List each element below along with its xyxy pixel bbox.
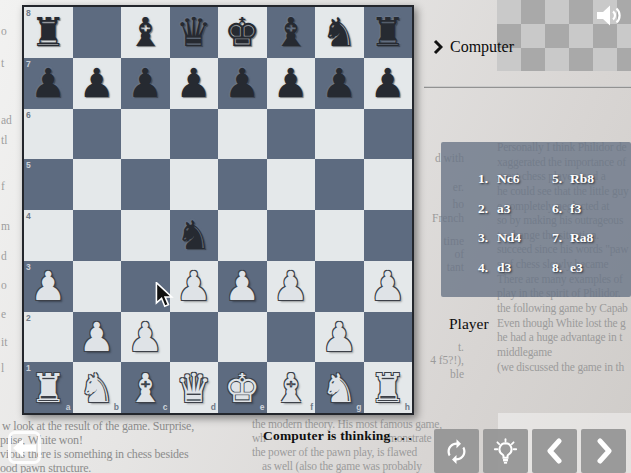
- checker-cell: [593, 48, 617, 71]
- piece-white-rook[interactable]: ♜: [364, 362, 413, 413]
- next-button[interactable]: [581, 429, 626, 473]
- book-text-fragment: it: [1, 336, 7, 348]
- square-h3[interactable]: ♟: [364, 261, 413, 312]
- square-h1[interactable]: h♜: [364, 362, 413, 413]
- square-g1[interactable]: g♞: [315, 362, 364, 413]
- chess-board: 8♜♝♛♚♝♞♜7♟♟♟♟♟♟♟♟654♞3♟♟♟♟♟2♟♟♟1a♜b♞c♝d♛…: [22, 5, 414, 415]
- piece-black-rook[interactable]: ♜: [24, 7, 73, 58]
- rank-label: 5: [26, 160, 31, 170]
- square-d4[interactable]: ♞: [170, 210, 219, 261]
- piece-white-rook[interactable]: ♜: [24, 362, 73, 413]
- square-d3[interactable]: ♟: [170, 261, 219, 312]
- square-d8[interactable]: ♛: [170, 7, 219, 58]
- piece-black-rook[interactable]: ♜: [364, 7, 413, 58]
- square-e6[interactable]: [218, 109, 267, 160]
- book-text-line: the power of the pawn play, is flawed: [252, 445, 417, 459]
- square-h6[interactable]: [364, 109, 413, 160]
- square-c3[interactable]: [121, 261, 170, 312]
- checker-cell: [569, 0, 593, 24]
- piece-white-pawn[interactable]: ♟: [24, 261, 73, 312]
- piece-black-bishop[interactable]: ♝: [121, 7, 170, 58]
- square-b6[interactable]: [73, 109, 122, 160]
- square-d5[interactable]: [170, 159, 219, 210]
- piece-white-pawn[interactable]: ♟: [364, 261, 413, 312]
- square-c8[interactable]: ♝: [121, 7, 170, 58]
- move-number: 8.: [540, 260, 562, 276]
- square-a4[interactable]: 4: [24, 210, 73, 261]
- square-c2[interactable]: ♟: [121, 312, 170, 363]
- chevron-right-icon: [592, 438, 616, 464]
- lightbulb-icon: [492, 438, 519, 465]
- move-number: 7.: [540, 230, 562, 246]
- book-text-fragment: t: [1, 57, 4, 69]
- square-b1[interactable]: b♞: [73, 362, 122, 413]
- checker-cell: [521, 24, 545, 48]
- piece-white-pawn[interactable]: ♟: [73, 312, 122, 363]
- piece-black-pawn[interactable]: ♟: [24, 58, 73, 109]
- square-h7[interactable]: ♟: [364, 58, 413, 109]
- square-c6[interactable]: [121, 109, 170, 160]
- square-f3[interactable]: ♟: [267, 261, 316, 312]
- piece-white-pawn[interactable]: ♟: [315, 312, 364, 363]
- book-text-fragment: o: [1, 25, 7, 37]
- square-g2[interactable]: ♟: [315, 312, 364, 363]
- rank-label: 2: [26, 313, 31, 323]
- status-text: Computer is thinking . . .: [263, 428, 412, 444]
- chevron-left-icon: [543, 438, 567, 464]
- app-window: w look at the result of the game. Surpri…: [0, 0, 631, 473]
- square-g4[interactable]: [315, 210, 364, 261]
- piece-black-pawn[interactable]: ♟: [267, 58, 316, 109]
- hint-button[interactable]: [483, 429, 528, 473]
- square-f2[interactable]: [267, 312, 316, 363]
- piece-white-knight[interactable]: ♞: [73, 362, 122, 413]
- book-text-fragment: o: [1, 279, 7, 291]
- square-f5[interactable]: [267, 159, 316, 210]
- book-text-fragment: tl: [1, 134, 7, 146]
- book-text-fragment: ad: [1, 114, 12, 126]
- piece-black-pawn[interactable]: ♟: [364, 58, 413, 109]
- move-text: Ra8: [570, 230, 593, 246]
- book-text-line: middlegame: [497, 346, 631, 361]
- square-c7[interactable]: ♟: [121, 58, 170, 109]
- piece-black-pawn[interactable]: ♟: [218, 58, 267, 109]
- move-number: 4.: [466, 260, 488, 276]
- square-a1[interactable]: 1a♜: [24, 362, 73, 413]
- book-text-fragment: m: [1, 220, 10, 232]
- piece-white-bishop[interactable]: ♝: [267, 362, 316, 413]
- piece-black-queen[interactable]: ♛: [170, 7, 219, 58]
- move-number: 5.: [540, 171, 562, 187]
- back-button[interactable]: [8, 431, 41, 464]
- book-text-line: the following game by Capab: [497, 302, 631, 317]
- checker-cell: [497, 0, 521, 24]
- square-f8[interactable]: ♝: [267, 7, 316, 58]
- checker-cell: [545, 48, 569, 71]
- square-e3[interactable]: ♟: [218, 261, 267, 312]
- book-text-fragment: f: [1, 180, 5, 192]
- square-b5[interactable]: [73, 159, 122, 210]
- square-a5[interactable]: 5: [24, 159, 73, 210]
- checker-cell: [569, 48, 593, 71]
- rank-label: 4: [26, 211, 31, 221]
- square-a7[interactable]: 7♟: [24, 58, 73, 109]
- checker-cell: [593, 24, 617, 48]
- checker-cell: [569, 24, 593, 48]
- checker-cell: [545, 0, 569, 24]
- refresh-button[interactable]: [434, 429, 479, 473]
- checker-cell: [545, 24, 569, 48]
- square-g3[interactable]: [315, 261, 364, 312]
- computer-label: Computer: [450, 38, 514, 56]
- checker-cell: [617, 48, 631, 71]
- rank-label: 6: [26, 110, 31, 120]
- move-text: d3: [497, 260, 511, 276]
- square-g7[interactable]: ♟: [315, 58, 364, 109]
- move-number: 3.: [466, 230, 488, 246]
- square-f4[interactable]: [267, 210, 316, 261]
- piece-black-pawn[interactable]: ♟: [170, 58, 219, 109]
- piece-white-bishop[interactable]: ♝: [121, 362, 170, 413]
- checker-cell: [617, 24, 631, 48]
- previous-button[interactable]: [532, 429, 577, 473]
- piece-black-pawn[interactable]: ♟: [315, 58, 364, 109]
- square-e4[interactable]: [218, 210, 267, 261]
- back-arrow-icon: [13, 439, 37, 457]
- piece-white-knight[interactable]: ♞: [315, 362, 364, 413]
- volume-icon[interactable]: [596, 4, 624, 27]
- square-d6[interactable]: [170, 109, 219, 160]
- refresh-icon: [443, 438, 470, 465]
- square-a2[interactable]: 2: [24, 312, 73, 363]
- book-text-line: as well (also the game was probably: [262, 459, 422, 473]
- book-text-fragment: l: [1, 362, 4, 374]
- move-text: a3: [497, 201, 511, 217]
- square-b3[interactable]: [73, 261, 122, 312]
- piece-black-pawn[interactable]: ♟: [121, 58, 170, 109]
- piece-black-king[interactable]: ♚: [218, 7, 267, 58]
- chevron-right-icon: [433, 39, 443, 55]
- square-e7[interactable]: ♟: [218, 58, 267, 109]
- player-label: Player: [449, 315, 489, 333]
- square-f7[interactable]: ♟: [267, 58, 316, 109]
- move-number: 2.: [466, 201, 488, 217]
- move-text: f3: [570, 201, 581, 217]
- square-a8[interactable]: 8♜: [24, 7, 73, 58]
- square-g8[interactable]: ♞: [315, 7, 364, 58]
- square-d1[interactable]: d♛: [170, 362, 219, 413]
- square-e5[interactable]: [218, 159, 267, 210]
- square-d2[interactable]: [170, 312, 219, 363]
- square-g6[interactable]: [315, 109, 364, 160]
- square-a6[interactable]: 6: [24, 109, 73, 160]
- book-text-line: Even though White lost the g: [497, 317, 631, 332]
- square-e8[interactable]: ♚: [218, 7, 267, 58]
- divider-line: [424, 86, 631, 88]
- square-b7[interactable]: ♟: [73, 58, 122, 109]
- square-b8[interactable]: [73, 7, 122, 58]
- book-text-line: (we discussed the game in th: [497, 361, 631, 376]
- piece-white-pawn[interactable]: ♟: [170, 261, 219, 312]
- piece-white-pawn[interactable]: ♟: [218, 261, 267, 312]
- square-b4[interactable]: [73, 210, 122, 261]
- square-h4[interactable]: [364, 210, 413, 261]
- piece-black-knight[interactable]: ♞: [170, 210, 219, 261]
- move-text: Rb8: [570, 171, 594, 187]
- book-text-fragment: e: [1, 308, 6, 320]
- piece-white-king[interactable]: ♚: [218, 362, 267, 413]
- square-b2[interactable]: ♟: [73, 312, 122, 363]
- move-text: Nd4: [497, 230, 521, 246]
- square-h2[interactable]: [364, 312, 413, 363]
- square-a3[interactable]: 3♟: [24, 261, 73, 312]
- move-text: Nc6: [497, 171, 520, 187]
- book-text-fragment: d: [1, 250, 7, 262]
- move-text: e3: [570, 260, 583, 276]
- computer-section-header[interactable]: Computer: [433, 38, 514, 56]
- checker-cell: [521, 0, 545, 24]
- square-c1[interactable]: c♝: [121, 362, 170, 413]
- move-number: 6.: [540, 201, 562, 217]
- square-h8[interactable]: ♜: [364, 7, 413, 58]
- square-f6[interactable]: [267, 109, 316, 160]
- square-e1[interactable]: e♚: [218, 362, 267, 413]
- square-d7[interactable]: ♟: [170, 58, 219, 109]
- book-text-line: he had a huge advantage in t: [497, 331, 631, 346]
- move-number: 1.: [466, 171, 488, 187]
- square-g5[interactable]: [315, 159, 364, 210]
- square-e2[interactable]: [218, 312, 267, 363]
- checker-cell: [521, 48, 545, 71]
- piece-black-pawn[interactable]: ♟: [73, 58, 122, 109]
- square-c5[interactable]: [121, 159, 170, 210]
- square-c4[interactable]: [121, 210, 170, 261]
- square-f1[interactable]: f♝: [267, 362, 316, 413]
- piece-black-bishop[interactable]: ♝: [267, 7, 316, 58]
- piece-black-knight[interactable]: ♞: [315, 7, 364, 58]
- piece-white-pawn[interactable]: ♟: [121, 312, 170, 363]
- square-h5[interactable]: [364, 159, 413, 210]
- piece-white-pawn[interactable]: ♟: [267, 261, 316, 312]
- piece-white-queen[interactable]: ♛: [170, 362, 219, 413]
